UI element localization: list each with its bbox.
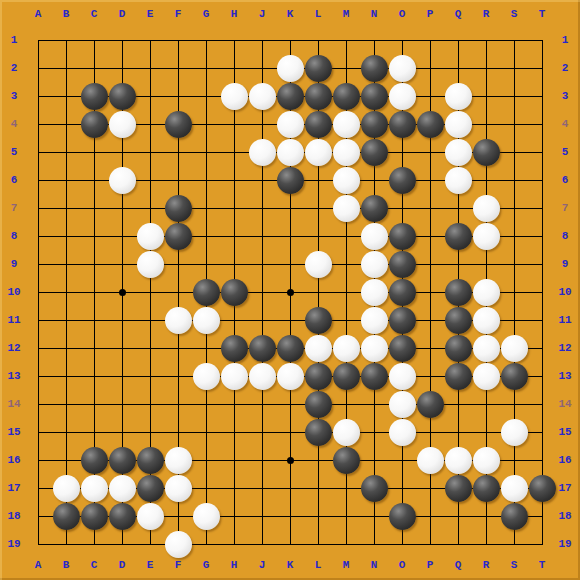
row-label: 9: [3, 257, 25, 271]
white-stone: [445, 111, 472, 138]
row-label: 9: [554, 257, 576, 271]
white-stone: [501, 475, 528, 502]
white-stone: [333, 139, 360, 166]
row-label: 13: [3, 369, 25, 383]
column-label: G: [195, 7, 217, 21]
black-stone: [165, 111, 192, 138]
white-stone: [305, 139, 332, 166]
column-label: G: [195, 558, 217, 572]
white-stone: [277, 139, 304, 166]
column-label: P: [419, 7, 441, 21]
white-stone: [445, 167, 472, 194]
white-stone: [305, 335, 332, 362]
black-stone: [305, 419, 332, 446]
black-stone: [389, 279, 416, 306]
row-label: 6: [3, 173, 25, 187]
white-stone: [501, 335, 528, 362]
black-stone: [389, 335, 416, 362]
row-label: 3: [554, 89, 576, 103]
black-stone: [221, 335, 248, 362]
row-label: 15: [3, 425, 25, 439]
row-label: 4: [3, 117, 25, 131]
white-stone: [165, 531, 192, 558]
white-stone: [473, 335, 500, 362]
white-stone: [137, 251, 164, 278]
white-stone: [305, 251, 332, 278]
column-label: B: [55, 558, 77, 572]
column-label: Q: [447, 558, 469, 572]
go-board-screen: ABCDEFGHJKLMNOPQRST ABCDEFGHJKLMNOPQRST …: [0, 0, 580, 580]
row-label: 10: [554, 285, 576, 299]
column-label: J: [251, 7, 273, 21]
black-stone: [109, 83, 136, 110]
grid-line: [38, 544, 543, 545]
black-stone: [361, 55, 388, 82]
black-stone: [81, 447, 108, 474]
black-stone: [53, 503, 80, 530]
row-label: 5: [554, 145, 576, 159]
row-label: 8: [554, 229, 576, 243]
column-label: F: [167, 558, 189, 572]
white-stone: [165, 475, 192, 502]
column-label: R: [475, 558, 497, 572]
white-stone: [417, 447, 444, 474]
black-stone: [81, 503, 108, 530]
column-label: M: [335, 558, 357, 572]
row-label: 17: [3, 481, 25, 495]
black-stone: [137, 447, 164, 474]
black-stone: [389, 503, 416, 530]
column-label: T: [531, 7, 553, 21]
row-label: 2: [3, 61, 25, 75]
black-stone: [277, 167, 304, 194]
row-label: 19: [3, 537, 25, 551]
row-label: 11: [3, 313, 25, 327]
column-label: Q: [447, 7, 469, 21]
column-label: M: [335, 7, 357, 21]
white-stone: [109, 111, 136, 138]
white-stone: [249, 83, 276, 110]
black-stone: [361, 475, 388, 502]
white-stone: [473, 223, 500, 250]
white-stone: [109, 167, 136, 194]
black-stone: [473, 139, 500, 166]
star-point: [287, 457, 294, 464]
white-stone: [361, 335, 388, 362]
white-stone: [249, 139, 276, 166]
column-label: E: [139, 7, 161, 21]
row-label: 17: [554, 481, 576, 495]
white-stone: [193, 503, 220, 530]
white-stone: [473, 363, 500, 390]
black-stone: [249, 335, 276, 362]
white-stone: [333, 419, 360, 446]
row-label: 18: [554, 509, 576, 523]
black-stone: [501, 363, 528, 390]
black-stone: [333, 363, 360, 390]
white-stone: [333, 335, 360, 362]
black-stone: [305, 363, 332, 390]
black-stone: [501, 503, 528, 530]
row-label: 2: [554, 61, 576, 75]
black-stone: [137, 475, 164, 502]
white-stone: [361, 223, 388, 250]
black-stone: [473, 475, 500, 502]
white-stone: [389, 363, 416, 390]
black-stone: [361, 363, 388, 390]
white-stone: [389, 55, 416, 82]
grid-line: [514, 40, 515, 545]
white-stone: [109, 475, 136, 502]
row-label: 12: [554, 341, 576, 355]
white-stone: [81, 475, 108, 502]
column-label: E: [139, 558, 161, 572]
black-stone: [193, 279, 220, 306]
white-stone: [193, 363, 220, 390]
row-label: 15: [554, 425, 576, 439]
black-stone: [529, 475, 556, 502]
white-stone: [473, 447, 500, 474]
black-stone: [361, 139, 388, 166]
row-label: 7: [3, 201, 25, 215]
black-stone: [165, 195, 192, 222]
white-stone: [445, 447, 472, 474]
column-label: J: [251, 558, 273, 572]
row-label: 1: [554, 33, 576, 47]
row-label: 10: [3, 285, 25, 299]
column-label: K: [279, 7, 301, 21]
black-stone: [445, 223, 472, 250]
row-label: 14: [3, 397, 25, 411]
column-label: P: [419, 558, 441, 572]
black-stone: [333, 83, 360, 110]
row-label: 16: [3, 453, 25, 467]
black-stone: [445, 335, 472, 362]
white-stone: [361, 307, 388, 334]
black-stone: [333, 447, 360, 474]
column-label: D: [111, 558, 133, 572]
black-stone: [445, 279, 472, 306]
column-label: C: [83, 7, 105, 21]
black-stone: [389, 167, 416, 194]
black-stone: [445, 475, 472, 502]
black-stone: [417, 111, 444, 138]
column-label: S: [503, 558, 525, 572]
row-label: 12: [3, 341, 25, 355]
black-stone: [305, 391, 332, 418]
row-label: 4: [554, 117, 576, 131]
row-label: 7: [554, 201, 576, 215]
white-stone: [333, 167, 360, 194]
grid-line: [38, 404, 543, 405]
column-label: T: [531, 558, 553, 572]
white-stone: [221, 83, 248, 110]
white-stone: [389, 391, 416, 418]
black-stone: [81, 83, 108, 110]
column-label: K: [279, 558, 301, 572]
black-stone: [445, 363, 472, 390]
column-label: C: [83, 558, 105, 572]
white-stone: [165, 307, 192, 334]
row-label: 19: [554, 537, 576, 551]
column-label: B: [55, 7, 77, 21]
white-stone: [361, 251, 388, 278]
black-stone: [445, 307, 472, 334]
row-label: 6: [554, 173, 576, 187]
star-point: [287, 289, 294, 296]
black-stone: [361, 111, 388, 138]
white-stone: [473, 279, 500, 306]
column-label: L: [307, 7, 329, 21]
white-stone: [389, 419, 416, 446]
white-stone: [445, 139, 472, 166]
white-stone: [53, 475, 80, 502]
column-label: H: [223, 558, 245, 572]
white-stone: [277, 55, 304, 82]
black-stone: [417, 391, 444, 418]
column-label: O: [391, 7, 413, 21]
white-stone: [165, 447, 192, 474]
row-label: 16: [554, 453, 576, 467]
black-stone: [389, 251, 416, 278]
white-stone: [473, 307, 500, 334]
white-stone: [501, 419, 528, 446]
grid-line: [542, 40, 543, 545]
row-label: 14: [554, 397, 576, 411]
row-label: 8: [3, 229, 25, 243]
black-stone: [305, 307, 332, 334]
row-label: 5: [3, 145, 25, 159]
black-stone: [277, 83, 304, 110]
black-stone: [361, 195, 388, 222]
column-label: O: [391, 558, 413, 572]
grid-line: [38, 432, 543, 433]
column-label: N: [363, 558, 385, 572]
white-stone: [137, 503, 164, 530]
column-label: F: [167, 7, 189, 21]
white-stone: [277, 363, 304, 390]
white-stone: [193, 307, 220, 334]
column-label: A: [27, 558, 49, 572]
black-stone: [221, 279, 248, 306]
column-label: A: [27, 7, 49, 21]
row-label: 1: [3, 33, 25, 47]
column-label: D: [111, 7, 133, 21]
black-stone: [165, 223, 192, 250]
black-stone: [361, 83, 388, 110]
black-stone: [389, 307, 416, 334]
black-stone: [81, 111, 108, 138]
black-stone: [389, 111, 416, 138]
white-stone: [473, 195, 500, 222]
row-label: 13: [554, 369, 576, 383]
white-stone: [361, 279, 388, 306]
column-label: L: [307, 558, 329, 572]
black-stone: [305, 55, 332, 82]
star-point: [119, 289, 126, 296]
white-stone: [333, 111, 360, 138]
column-label: S: [503, 7, 525, 21]
row-label: 18: [3, 509, 25, 523]
column-label: N: [363, 7, 385, 21]
white-stone: [389, 83, 416, 110]
white-stone: [445, 83, 472, 110]
white-stone: [221, 363, 248, 390]
black-stone: [277, 335, 304, 362]
white-stone: [333, 195, 360, 222]
black-stone: [109, 503, 136, 530]
column-label: R: [475, 7, 497, 21]
row-label: 3: [3, 89, 25, 103]
column-label: H: [223, 7, 245, 21]
black-stone: [305, 83, 332, 110]
black-stone: [305, 111, 332, 138]
row-label: 11: [554, 313, 576, 327]
black-stone: [389, 223, 416, 250]
white-stone: [277, 111, 304, 138]
white-stone: [137, 223, 164, 250]
black-stone: [109, 447, 136, 474]
white-stone: [249, 363, 276, 390]
